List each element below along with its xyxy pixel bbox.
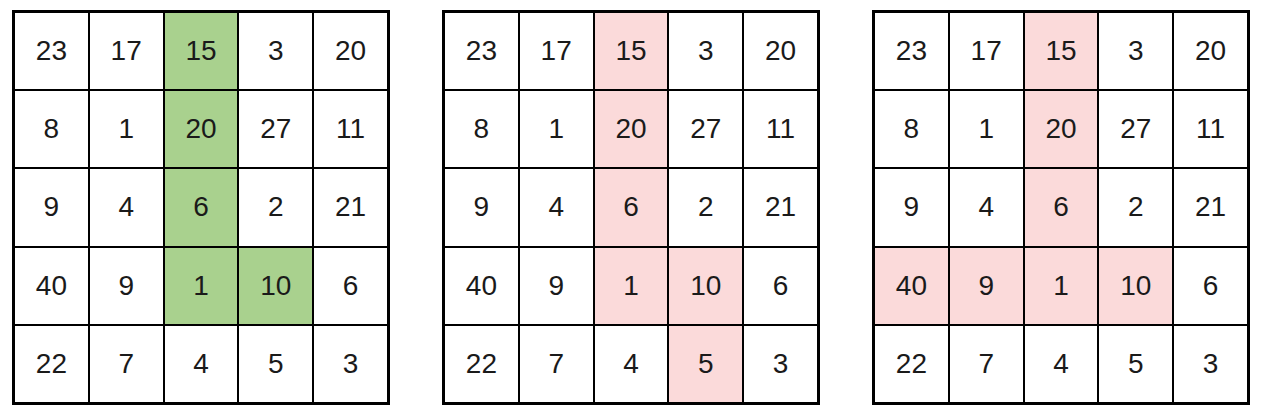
cell-r1c0: 8 (874, 90, 949, 168)
cell-r1c1: 1 (89, 90, 164, 168)
cell-r3c1: 9 (89, 247, 164, 325)
cell-r1c0: 8 (444, 90, 519, 168)
cell-r0c4: 20 (1173, 12, 1248, 90)
cell-r4c0: 22 (14, 325, 89, 403)
board-pink-path-1: 231715320812027119462214091106227453 (442, 10, 820, 405)
cell-r4c3: 5 (668, 325, 743, 403)
cell-r1c2: 20 (594, 90, 669, 168)
cell-r1c3: 27 (668, 90, 743, 168)
cell-r0c4: 20 (743, 12, 818, 90)
cell-r3c2: 1 (1024, 247, 1099, 325)
cell-r0c0: 23 (14, 12, 89, 90)
cell-r2c3: 2 (238, 168, 313, 246)
cell-r4c0: 22 (874, 325, 949, 403)
cell-r1c2: 20 (1024, 90, 1099, 168)
cell-r0c2: 15 (1024, 12, 1099, 90)
cell-r3c3: 10 (1098, 247, 1173, 325)
cell-r0c3: 3 (668, 12, 743, 90)
board-green-path: 231715320812027119462214091106227453 (12, 10, 390, 405)
cell-r2c1: 4 (519, 168, 594, 246)
cell-r3c3: 10 (238, 247, 313, 325)
cell-r4c2: 4 (594, 325, 669, 403)
cell-r3c0: 40 (444, 247, 519, 325)
cell-r0c1: 17 (949, 12, 1024, 90)
cell-r0c1: 17 (89, 12, 164, 90)
boards-container: 231715320812027119462214091106227453 231… (12, 10, 1270, 405)
cell-r2c2: 6 (594, 168, 669, 246)
cell-r2c4: 21 (313, 168, 388, 246)
cell-r4c4: 3 (1173, 325, 1248, 403)
cell-r2c4: 21 (743, 168, 818, 246)
cell-r4c2: 4 (164, 325, 239, 403)
cell-r3c1: 9 (949, 247, 1024, 325)
cell-r2c0: 9 (14, 168, 89, 246)
cell-r1c4: 11 (1173, 90, 1248, 168)
cell-r0c2: 15 (594, 12, 669, 90)
cell-r0c4: 20 (313, 12, 388, 90)
cell-r3c3: 10 (668, 247, 743, 325)
cell-r2c2: 6 (1024, 168, 1099, 246)
cell-r2c1: 4 (949, 168, 1024, 246)
cell-r1c1: 1 (949, 90, 1024, 168)
cell-r4c4: 3 (313, 325, 388, 403)
cell-r4c1: 7 (519, 325, 594, 403)
cell-r1c3: 27 (1098, 90, 1173, 168)
cell-r3c2: 1 (594, 247, 669, 325)
cell-r4c4: 3 (743, 325, 818, 403)
cell-r3c4: 6 (313, 247, 388, 325)
cell-r4c3: 5 (1098, 325, 1173, 403)
cell-r2c2: 6 (164, 168, 239, 246)
cell-r3c2: 1 (164, 247, 239, 325)
board-pink-path-2: 231715320812027119462214091106227453 (872, 10, 1250, 405)
cell-r1c2: 20 (164, 90, 239, 168)
cell-r2c0: 9 (444, 168, 519, 246)
cell-r0c1: 17 (519, 12, 594, 90)
cell-r2c3: 2 (668, 168, 743, 246)
cell-r1c1: 1 (519, 90, 594, 168)
cell-r1c4: 11 (313, 90, 388, 168)
cell-r3c0: 40 (14, 247, 89, 325)
cell-r4c1: 7 (949, 325, 1024, 403)
cell-r0c3: 3 (1098, 12, 1173, 90)
cell-r4c1: 7 (89, 325, 164, 403)
cell-r4c3: 5 (238, 325, 313, 403)
cell-r1c0: 8 (14, 90, 89, 168)
cell-r3c4: 6 (743, 247, 818, 325)
cell-r2c0: 9 (874, 168, 949, 246)
cell-r3c0: 40 (874, 247, 949, 325)
cell-r3c1: 9 (519, 247, 594, 325)
cell-r2c4: 21 (1173, 168, 1248, 246)
page: 231715320812027119462214091106227453 231… (0, 0, 1270, 418)
cell-r1c4: 11 (743, 90, 818, 168)
cell-r0c2: 15 (164, 12, 239, 90)
cell-r4c2: 4 (1024, 325, 1099, 403)
cell-r0c0: 23 (444, 12, 519, 90)
cell-r3c4: 6 (1173, 247, 1248, 325)
cell-r0c0: 23 (874, 12, 949, 90)
cell-r2c1: 4 (89, 168, 164, 246)
cell-r0c3: 3 (238, 12, 313, 90)
cell-r4c0: 22 (444, 325, 519, 403)
cell-r1c3: 27 (238, 90, 313, 168)
cell-r2c3: 2 (1098, 168, 1173, 246)
